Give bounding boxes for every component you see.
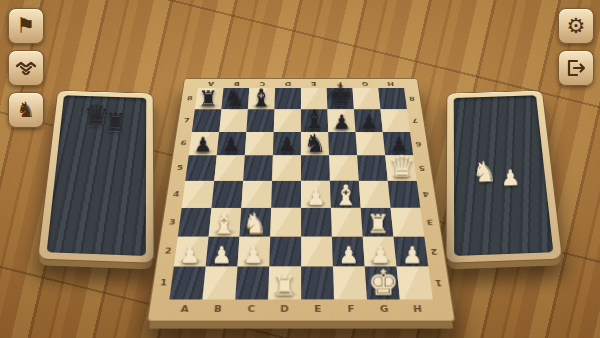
square-c6[interactable] <box>245 132 274 156</box>
piece-black-pawn-d6[interactable]: ♟ <box>273 136 301 156</box>
square-c5[interactable] <box>243 156 273 181</box>
square-h3[interactable] <box>391 208 425 237</box>
square-a2[interactable]: ♟ <box>174 236 209 267</box>
piece-white-rook-g3[interactable]: ♜ <box>363 211 394 236</box>
square-f4[interactable]: ♝ <box>330 181 361 208</box>
piece-black-knight-e6[interactable]: ♞ <box>301 131 329 156</box>
draw-handshake-button[interactable] <box>8 50 44 86</box>
flag-icon: ⚑ <box>17 16 36 37</box>
knight-icon: ♞ <box>17 100 36 121</box>
board-corner <box>403 80 417 88</box>
square-h4[interactable] <box>388 181 421 208</box>
captured-white-tray-frame: ♞♟ <box>445 90 563 264</box>
handshake-icon <box>14 56 38 80</box>
file-label-bottom-e: E <box>301 299 335 318</box>
piece-white-pawn-f2[interactable]: ♟ <box>333 244 365 267</box>
piece-black-pawn-f7[interactable]: ♟ <box>328 112 355 132</box>
square-e3[interactable] <box>301 208 332 237</box>
square-e4[interactable]: ♟ <box>301 181 331 208</box>
square-a1[interactable] <box>169 267 205 300</box>
square-e2[interactable] <box>301 236 333 267</box>
square-h7[interactable] <box>380 109 410 131</box>
piece-white-queen-h5[interactable]: ♛ <box>388 152 417 182</box>
rank-label-right-7: 7 <box>407 109 423 131</box>
square-c2[interactable]: ♟ <box>237 236 270 267</box>
square-b4[interactable] <box>212 181 244 208</box>
file-label-bottom-g: G <box>367 299 402 318</box>
square-a6[interactable]: ♟ <box>189 132 219 156</box>
square-d5[interactable] <box>272 156 301 181</box>
square-d6[interactable]: ♟ <box>273 132 301 156</box>
square-e5[interactable] <box>301 156 330 181</box>
piece-black-pawn-g7[interactable]: ♟ <box>355 112 382 132</box>
rank-label-right-4: 4 <box>417 181 435 208</box>
piece-black-pawn-a6[interactable]: ♟ <box>189 136 217 156</box>
square-a3[interactable] <box>178 208 212 237</box>
square-c7[interactable] <box>246 109 274 131</box>
captured-black-tray-surface: ♛♜ <box>47 95 147 256</box>
settings-button[interactable]: ⚙ <box>558 8 594 44</box>
square-g1[interactable]: ♚ <box>365 267 400 300</box>
square-c1[interactable] <box>235 267 269 300</box>
square-b2[interactable]: ♟ <box>206 236 240 267</box>
captured-black-rook: ♜ <box>104 110 127 136</box>
captured-white-pawn: ♟ <box>501 167 521 189</box>
piece-black-pawn-b6[interactable]: ♟ <box>217 136 245 156</box>
square-b8[interactable]: ♞ <box>221 88 249 109</box>
square-f8[interactable]: ♚ <box>327 88 354 109</box>
piece-white-pawn-c2[interactable]: ♟ <box>238 244 270 267</box>
piece-black-knight-b8[interactable]: ♞ <box>222 86 248 110</box>
piece-white-king-g1[interactable]: ♚ <box>367 265 400 300</box>
exit-button[interactable] <box>558 50 594 86</box>
square-h2[interactable]: ♟ <box>393 236 428 267</box>
square-c4[interactable] <box>241 181 272 208</box>
exit-icon <box>564 56 588 80</box>
file-label-bottom-h: H <box>400 299 436 318</box>
file-label-bottom-d: D <box>268 299 302 318</box>
file-label-top-g: G <box>352 80 378 88</box>
file-label-bottom-f: F <box>334 299 368 318</box>
square-g7[interactable]: ♟ <box>354 109 383 131</box>
square-a5[interactable] <box>185 156 216 181</box>
square-f1[interactable] <box>333 267 367 300</box>
square-g5[interactable] <box>357 156 388 181</box>
square-b5[interactable] <box>214 156 245 181</box>
square-b1[interactable] <box>202 267 237 300</box>
square-f6[interactable] <box>328 132 357 156</box>
square-g8[interactable] <box>352 88 380 109</box>
piece-white-pawn-h2[interactable]: ♟ <box>396 244 428 267</box>
piece-white-bishop-f4[interactable]: ♝ <box>331 180 361 208</box>
captured-black-tray: ♛♜ <box>48 58 154 278</box>
square-d3[interactable] <box>270 208 301 237</box>
board-corner <box>433 299 452 318</box>
square-e6[interactable]: ♞ <box>301 132 329 156</box>
file-label-top-d: D <box>275 80 301 88</box>
piece-white-pawn-b2[interactable]: ♟ <box>206 244 238 267</box>
piece-white-rook-d1[interactable]: ♜ <box>268 273 301 300</box>
rank-label-right-3: 3 <box>420 208 439 237</box>
file-label-bottom-b: B <box>200 299 235 318</box>
square-b6[interactable]: ♟ <box>217 132 247 156</box>
captured-black-tray-frame: ♛♜ <box>37 90 155 264</box>
chess-app-screen: ⚑ ♞ ⚙ ♛♜ ♞♟ <box>0 0 600 338</box>
gear-icon: ⚙ <box>567 16 586 37</box>
rank-label-right-8: 8 <box>404 88 420 109</box>
piece-black-king-f8[interactable]: ♚ <box>327 82 353 110</box>
piece-black-bishop-c8[interactable]: ♝ <box>248 85 274 110</box>
chessboard-grid: ABCDEFGH8♜♞♝♚87♝♟♟76♟♟♟♞♟65♛54♟♝43♝♞♜32♟… <box>151 80 452 319</box>
square-g3[interactable]: ♜ <box>361 208 394 237</box>
square-f2[interactable]: ♟ <box>332 236 365 267</box>
square-g6[interactable] <box>355 132 385 156</box>
square-d8[interactable] <box>274 88 301 109</box>
rank-label-right-1: 1 <box>428 267 448 300</box>
knight-mode-button[interactable]: ♞ <box>8 92 44 128</box>
square-c3[interactable]: ♞ <box>239 208 271 237</box>
square-d2[interactable] <box>269 236 301 267</box>
square-g4[interactable] <box>359 181 391 208</box>
square-b7[interactable] <box>219 109 248 131</box>
square-e1[interactable] <box>301 267 334 300</box>
chessboard-frame: ABCDEFGH8♜♞♝♚87♝♟♟76♟♟♟♞♟65♛54♟♝43♝♞♜32♟… <box>147 78 456 321</box>
square-h1[interactable] <box>397 267 433 300</box>
captured-white-knight: ♞ <box>471 157 497 185</box>
square-a7[interactable] <box>192 109 222 131</box>
square-a4[interactable] <box>182 181 215 208</box>
captured-white-tray-surface: ♞♟ <box>454 95 554 256</box>
file-label-top-e: E <box>301 80 327 88</box>
square-h5[interactable]: ♛ <box>385 156 417 181</box>
square-d7[interactable] <box>274 109 301 131</box>
square-d4[interactable] <box>271 181 301 208</box>
file-label-bottom-a: A <box>167 299 203 318</box>
square-f3[interactable] <box>331 208 363 237</box>
file-label-bottom-c: C <box>234 299 268 318</box>
piece-white-bishop-b3[interactable]: ♝ <box>209 208 240 237</box>
chessboard: ABCDEFGH8♜♞♝♚87♝♟♟76♟♟♟♞♟65♛54♟♝43♝♞♜32♟… <box>168 20 432 338</box>
square-h8[interactable] <box>378 88 407 109</box>
file-label-top-h: H <box>377 80 404 88</box>
square-c8[interactable]: ♝ <box>248 88 275 109</box>
square-a8[interactable]: ♜ <box>195 88 224 109</box>
piece-black-rook-a8[interactable]: ♜ <box>195 88 221 110</box>
captured-white-tray: ♞♟ <box>446 58 552 278</box>
square-d1[interactable]: ♜ <box>268 267 301 300</box>
square-f5[interactable] <box>329 156 359 181</box>
piece-white-pawn-a2[interactable]: ♟ <box>174 244 206 267</box>
piece-white-pawn-e4[interactable]: ♟ <box>301 187 331 209</box>
flag-button[interactable]: ⚑ <box>8 8 44 44</box>
piece-white-knight-c3[interactable]: ♞ <box>240 209 271 237</box>
square-f7[interactable]: ♟ <box>327 109 355 131</box>
rank-label-left-5: 5 <box>171 156 188 181</box>
square-b3[interactable]: ♝ <box>209 208 242 237</box>
